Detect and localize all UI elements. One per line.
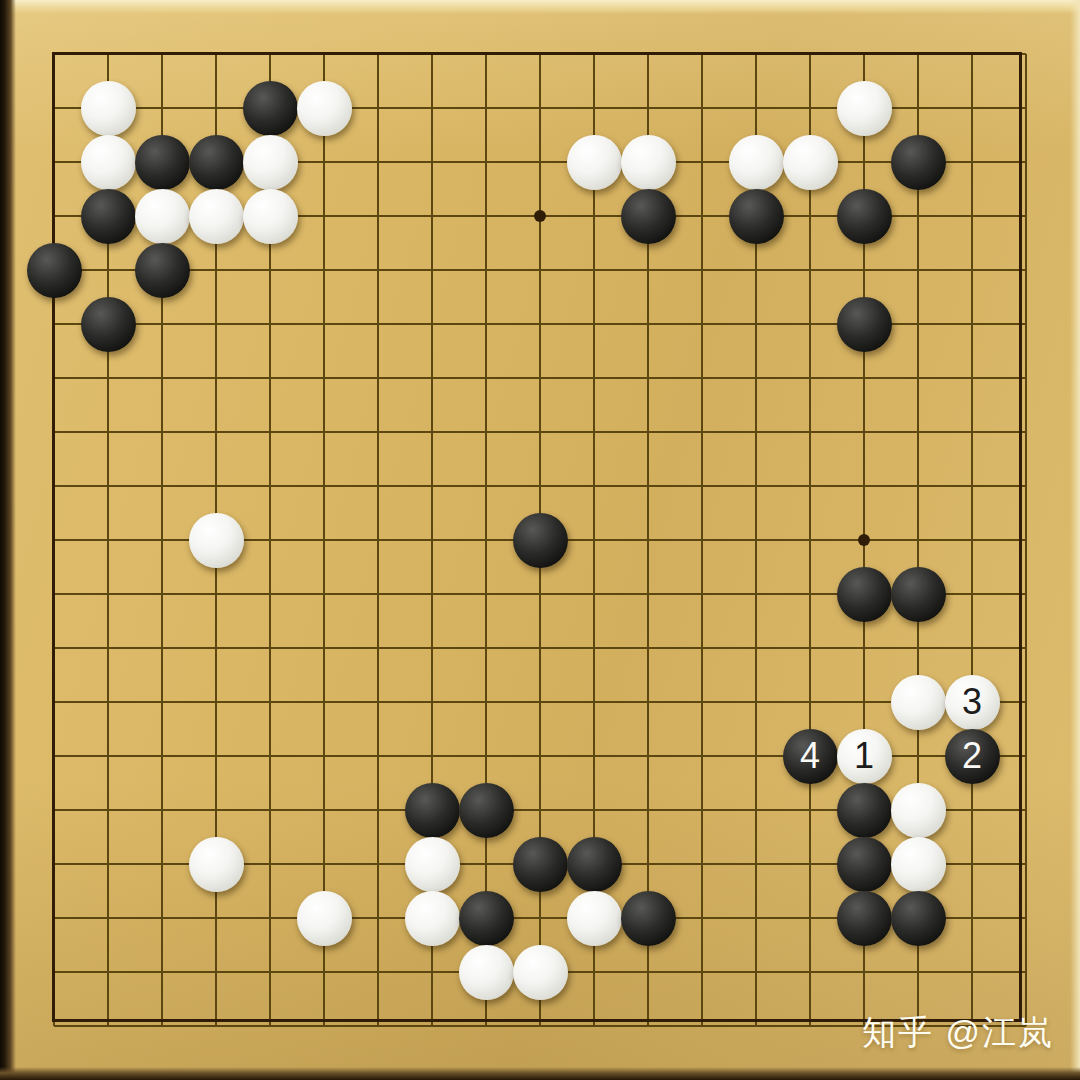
go-stone-black — [189, 135, 244, 190]
go-stone-black — [513, 513, 568, 568]
go-stone-black — [891, 567, 946, 622]
go-stone-white — [621, 135, 676, 190]
go-stone-black — [837, 297, 892, 352]
go-stone-white — [891, 675, 946, 730]
go-stone-black — [891, 135, 946, 190]
go-stone-white-move-3: 3 — [945, 675, 1000, 730]
go-stone-white — [567, 135, 622, 190]
go-stone-white — [891, 783, 946, 838]
board-edge-bottom — [0, 1067, 1080, 1080]
board-edge-left — [0, 0, 16, 1080]
go-stone-black — [243, 81, 298, 136]
go-board: 3412 知乎 @江岚 — [0, 0, 1080, 1080]
go-stone-black — [405, 783, 460, 838]
go-stone-white — [783, 135, 838, 190]
go-stone-black — [459, 783, 514, 838]
go-stone-black — [891, 891, 946, 946]
go-stone-black — [837, 567, 892, 622]
go-stone-white — [513, 945, 568, 1000]
go-stone-black — [135, 135, 190, 190]
go-stone-black-move-2: 2 — [945, 729, 1000, 784]
go-stone-black — [729, 189, 784, 244]
star-point — [858, 534, 870, 546]
go-stone-white — [135, 189, 190, 244]
board-edge-right — [1070, 0, 1080, 1080]
go-stone-white — [405, 891, 460, 946]
go-stone-black — [621, 891, 676, 946]
go-stone-white — [189, 513, 244, 568]
go-stone-white — [243, 135, 298, 190]
go-stone-black — [81, 189, 136, 244]
go-stone-white — [189, 189, 244, 244]
go-stone-black — [459, 891, 514, 946]
grid-line — [1025, 54, 1027, 1026]
star-point — [534, 210, 546, 222]
go-stone-white — [405, 837, 460, 892]
go-stone-black — [837, 189, 892, 244]
go-stone-black — [567, 837, 622, 892]
go-stone-white — [891, 837, 946, 892]
go-stone-white — [297, 891, 352, 946]
go-stone-white — [567, 891, 622, 946]
go-stone-white — [243, 189, 298, 244]
go-stone-black — [27, 243, 82, 298]
go-stone-white — [729, 135, 784, 190]
go-stone-white — [297, 81, 352, 136]
go-stone-black — [135, 243, 190, 298]
go-stone-white — [81, 81, 136, 136]
go-stone-black — [837, 837, 892, 892]
go-stone-black-move-4: 4 — [783, 729, 838, 784]
go-stone-black — [621, 189, 676, 244]
board-edge-top — [0, 0, 1080, 14]
go-stone-white-move-1: 1 — [837, 729, 892, 784]
go-stone-white — [837, 81, 892, 136]
go-stone-white — [189, 837, 244, 892]
go-stone-white — [81, 135, 136, 190]
go-stone-black — [837, 891, 892, 946]
go-stone-black — [513, 837, 568, 892]
watermark-text: 知乎 @江岚 — [862, 1010, 1054, 1056]
go-stone-black — [81, 297, 136, 352]
go-stone-white — [459, 945, 514, 1000]
go-stone-black — [837, 783, 892, 838]
